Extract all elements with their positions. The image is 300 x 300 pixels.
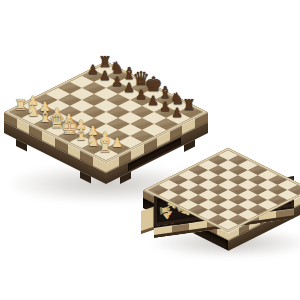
chess-set-photo: ♜♞♝♛♚♝♞♜♟♟♟♟♟♟♟♟♟♟♟♟♟♟♟♟♜♞♝♛♚♝♞♜ ♜♟♚♟♝♟♞…	[0, 0, 300, 300]
chess-piece-white-rook: ♜	[96, 140, 113, 155]
chess-piece-black-pawn: ♟	[168, 106, 185, 119]
drawer-end-cap	[141, 206, 155, 234]
